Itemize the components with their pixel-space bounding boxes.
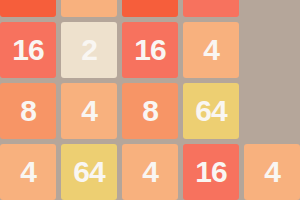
tile-4: 4	[183, 22, 239, 78]
tile-4: 4	[0, 144, 56, 200]
tile-64: 64	[61, 144, 117, 200]
tile-2: 2	[61, 22, 117, 78]
tile-8: 8	[0, 83, 56, 139]
tile-16: 16	[122, 22, 178, 78]
tile-64: 64	[183, 83, 239, 139]
empty-cell	[244, 83, 300, 139]
empty-cell	[244, 22, 300, 78]
board-2048[interactable]: 3243216162164848644644164	[0, 0, 300, 200]
tile-4: 4	[122, 144, 178, 200]
tile-16: 16	[0, 22, 56, 78]
tile-4: 4	[61, 83, 117, 139]
tile-8: 8	[122, 83, 178, 139]
tile-16: 16	[183, 0, 239, 17]
tile-32: 32	[122, 0, 178, 17]
tile-32: 32	[0, 0, 56, 17]
tile-4: 4	[61, 0, 117, 17]
tile-4: 4	[244, 144, 300, 200]
empty-cell	[244, 0, 300, 17]
tile-16: 16	[183, 144, 239, 200]
